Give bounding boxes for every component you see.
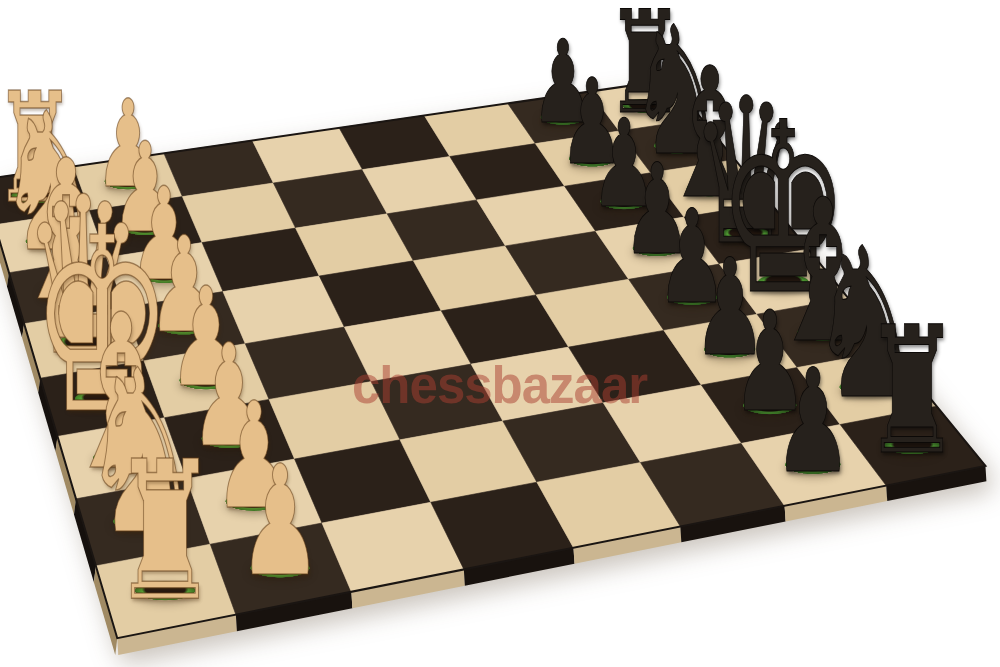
piece-white-rook-h1: ♜: [112, 436, 219, 628]
piece-black-rook-h8: ♜: [863, 304, 961, 480]
piece-black-pawn-h7: ♟: [773, 350, 853, 493]
chess-pieces: ♜♟♞♟♟♝♜♟♟♛♞♟♟♚♝♟♟♝♛♟♟♞♚♟♟♜♝♟♟♞♟♜: [0, 0, 1000, 667]
piece-white-pawn-h2: ♟: [238, 446, 323, 598]
chess-set-product-photo: ♜♟♞♟♟♝♜♟♟♛♞♟♟♚♝♟♟♝♛♟♟♞♚♟♟♜♝♟♟♞♟♜ chessba…: [0, 0, 1000, 667]
